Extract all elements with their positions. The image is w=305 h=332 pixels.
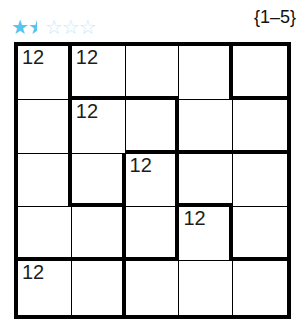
digit-range-label: {1–5} [254, 8, 296, 28]
cage-clue: 12 [130, 154, 152, 177]
difficulty-rating: ★★★☆☆☆ [11, 17, 96, 37]
star-half-icon: ★★ [28, 17, 45, 37]
cell-r4c2[interactable] [72, 207, 126, 261]
cell-r1c4[interactable] [179, 46, 233, 100]
cage-clue: 12 [76, 100, 98, 123]
cell-r4c5[interactable] [233, 207, 287, 261]
cell-r1c1[interactable]: 12 [18, 46, 72, 100]
cell-r4c1[interactable] [18, 207, 72, 261]
cage-clue: 12 [22, 46, 44, 69]
cell-r5c4[interactable] [179, 261, 233, 315]
star-filled-icon: ★ [11, 17, 28, 37]
cell-r2c3[interactable] [126, 100, 180, 154]
cage-clue: 12 [22, 261, 44, 284]
cell-r2c4[interactable] [179, 100, 233, 154]
cell-r5c5[interactable] [233, 261, 287, 315]
cell-r5c3[interactable] [126, 261, 180, 315]
cell-r2c1[interactable] [18, 100, 72, 154]
cell-r3c3[interactable]: 12 [126, 154, 180, 208]
cell-r1c5[interactable] [233, 46, 287, 100]
star-outline-icon: ☆ [62, 17, 79, 37]
cell-r1c2[interactable]: 12 [72, 46, 126, 100]
cell-r2c2[interactable]: 12 [72, 100, 126, 154]
cell-r1c3[interactable] [126, 46, 180, 100]
cell-r3c5[interactable] [233, 154, 287, 208]
star-outline-icon: ☆ [79, 17, 96, 37]
cell-r4c3[interactable] [126, 207, 180, 261]
cell-r3c1[interactable] [18, 154, 72, 208]
cell-r4c4[interactable]: 12 [179, 207, 233, 261]
cell-r2c5[interactable] [233, 100, 287, 154]
star-half-fill: ★ [28, 17, 37, 37]
puzzle-page: ★★★☆☆☆ {1–5} 121212121212 [0, 0, 305, 332]
cell-r5c1[interactable]: 12 [18, 261, 72, 315]
cage-clue: 12 [183, 207, 205, 230]
cell-r5c2[interactable] [72, 261, 126, 315]
cage-clue: 12 [76, 46, 98, 69]
star-outline-icon: ☆ [45, 17, 62, 37]
puzzle-grid: 121212121212 [14, 42, 291, 319]
cell-r3c2[interactable] [72, 154, 126, 208]
cell-r3c4[interactable] [179, 154, 233, 208]
